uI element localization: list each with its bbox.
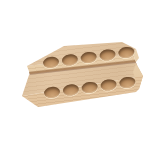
pit-cell-bottom-5 (117, 74, 138, 90)
pit-bottom-4[interactable] (99, 78, 116, 91)
pit-top-2[interactable] (61, 53, 78, 66)
pit-cell-top-2 (59, 51, 80, 67)
pit-bottom-1[interactable] (43, 85, 60, 98)
pit-cell-top-1 (40, 54, 61, 70)
pit-cell-top-3 (78, 49, 99, 65)
pit-bottom-3[interactable] (80, 80, 97, 93)
pit-top-5[interactable] (117, 45, 134, 58)
pit-cell-bottom-1 (41, 84, 62, 100)
pit-cell-top-5 (116, 44, 137, 60)
pit-cell-bottom-4 (98, 76, 119, 92)
pit-bottom-5[interactable] (118, 75, 135, 88)
pit-cell-top-4 (97, 46, 118, 62)
pit-bottom-2[interactable] (62, 83, 79, 96)
pit-top-4[interactable] (98, 48, 115, 61)
pit-cell-bottom-3 (79, 79, 100, 95)
mancala-board (0, 0, 160, 160)
pit-cell-bottom-2 (60, 81, 81, 97)
pit-top-1[interactable] (42, 55, 59, 68)
pit-top-3[interactable] (79, 50, 96, 63)
